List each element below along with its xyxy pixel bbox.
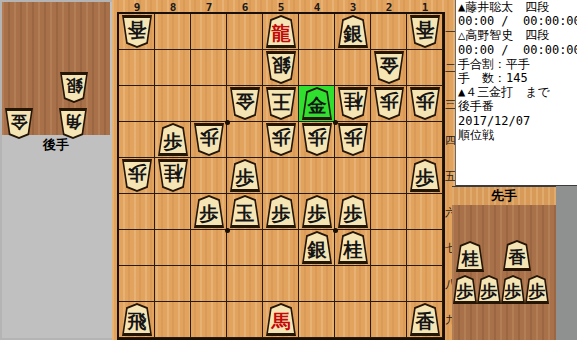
square-64 <box>227 122 263 158</box>
piece-hand-香: 香 <box>503 240 531 271</box>
piece-66-玉: 玉 <box>230 195 260 228</box>
piece-kanji: 玉 <box>230 195 260 228</box>
square-81 <box>155 14 191 50</box>
tournament-name: 順位戦 <box>456 128 577 142</box>
square-21 <box>371 14 407 50</box>
gote-player-name: △高野智史 四段 <box>456 28 577 42</box>
piece-34-歩: 歩 <box>338 123 368 156</box>
file-label-9: 9 <box>119 1 155 14</box>
piece-kanji: 歩 <box>525 275 549 304</box>
square-14 <box>407 122 443 158</box>
square-18 <box>407 266 443 302</box>
piece-kanji: 香 <box>410 15 440 48</box>
piece-51-龍: 龍 <box>266 15 296 48</box>
piece-kanji: 歩 <box>338 123 368 156</box>
piece-hand-金: 金 <box>5 108 33 139</box>
square-35 <box>335 158 371 194</box>
sente-captured-tray <box>452 205 556 340</box>
piece-kanji: 歩 <box>158 123 188 156</box>
square-86 <box>155 194 191 230</box>
piece-44-歩: 歩 <box>302 123 332 156</box>
piece-59-馬: 馬 <box>266 303 296 336</box>
piece-kanji: 歩 <box>302 123 332 156</box>
file-label-7: 7 <box>191 1 227 14</box>
square-88 <box>155 266 191 302</box>
last-move-line: ▲４三金打 まで <box>456 85 577 99</box>
square-55 <box>263 158 299 194</box>
piece-kanji: 角 <box>59 108 87 139</box>
piece-hand-桂: 桂 <box>456 241 484 272</box>
side-to-move-line: 後手番 <box>456 99 577 113</box>
sente-player-name: ▲藤井聡太 四段 <box>456 0 577 14</box>
square-68 <box>227 266 263 302</box>
square-98 <box>119 266 155 302</box>
square-29 <box>371 302 407 338</box>
square-67 <box>227 230 263 266</box>
square-96 <box>119 194 155 230</box>
piece-kanji: 金 <box>374 51 404 84</box>
piece-kanji: 桂 <box>338 231 368 264</box>
piece-kanji: 歩 <box>410 87 440 120</box>
piece-85-桂: 桂 <box>158 159 188 192</box>
square-49 <box>299 302 335 338</box>
piece-13-歩: 歩 <box>410 87 440 120</box>
piece-43-金: 金 <box>302 87 332 120</box>
piece-kanji: 飛 <box>122 303 152 336</box>
square-41 <box>299 14 335 50</box>
piece-23-歩: 歩 <box>374 87 404 120</box>
piece-kanji: 銀 <box>338 15 368 48</box>
piece-kanji: 銀 <box>302 231 332 264</box>
file-label-4: 4 <box>299 1 335 14</box>
piece-84-歩: 歩 <box>158 123 188 156</box>
piece-53-王: 王 <box>266 87 296 120</box>
piece-95-歩: 歩 <box>122 159 152 192</box>
square-45 <box>299 158 335 194</box>
file-label-1: 1 <box>407 1 443 14</box>
piece-19-香: 香 <box>410 303 440 336</box>
piece-99-飛: 飛 <box>122 303 152 336</box>
square-39 <box>335 302 371 338</box>
piece-11-香: 香 <box>410 15 440 48</box>
piece-kanji: 龍 <box>266 15 296 48</box>
square-42 <box>299 50 335 86</box>
file-label-8: 8 <box>155 1 191 14</box>
piece-kanji: 桂 <box>158 159 188 192</box>
game-info-panel: ▲藤井聡太 四段 00:00 / 00:00:00 △高野智史 四段 00:00… <box>455 0 577 186</box>
piece-kanji: 歩 <box>338 195 368 228</box>
file-label-2: 2 <box>371 1 407 14</box>
piece-hand-歩: 歩 <box>501 275 525 304</box>
piece-kanji: 歩 <box>266 123 296 156</box>
square-26 <box>371 194 407 230</box>
piece-74-歩: 歩 <box>194 123 224 156</box>
piece-63-金: 金 <box>230 87 260 120</box>
piece-kanji: 歩 <box>122 159 152 192</box>
piece-kanji: 歩 <box>477 275 501 304</box>
piece-kanji: 桂 <box>338 87 368 120</box>
square-92 <box>119 50 155 86</box>
piece-kanji: 金 <box>5 108 33 139</box>
piece-46-歩: 歩 <box>302 195 332 228</box>
square-28 <box>371 266 407 302</box>
piece-31-銀: 銀 <box>338 15 368 48</box>
piece-kanji: 歩 <box>266 195 296 228</box>
piece-76-歩: 歩 <box>194 195 224 228</box>
square-16 <box>407 194 443 230</box>
square-32 <box>335 50 371 86</box>
sente-tray-label: 先手 <box>452 187 556 205</box>
piece-kanji: 王 <box>266 87 296 120</box>
piece-hand-歩: 歩 <box>525 275 549 304</box>
square-48 <box>299 266 335 302</box>
piece-52-銀: 銀 <box>266 51 296 84</box>
piece-56-歩: 歩 <box>266 195 296 228</box>
square-83 <box>155 86 191 122</box>
file-labels: 987654321 <box>119 1 443 14</box>
square-77 <box>191 230 227 266</box>
square-61 <box>227 14 263 50</box>
square-78 <box>191 266 227 302</box>
piece-kanji: 馬 <box>266 303 296 336</box>
square-25 <box>371 158 407 194</box>
square-62 <box>227 50 263 86</box>
piece-hand-銀: 銀 <box>60 72 88 103</box>
piece-kanji: 歩 <box>230 159 260 192</box>
sente-clock: 00:00 / 00:00:00 <box>456 14 577 28</box>
piece-22-金: 金 <box>374 51 404 84</box>
piece-kanji: 歩 <box>501 275 525 304</box>
square-93 <box>119 86 155 122</box>
right-gray-strip <box>556 186 577 340</box>
square-87 <box>155 230 191 266</box>
piece-54-歩: 歩 <box>266 123 296 156</box>
piece-kanji: 金 <box>302 87 332 120</box>
piece-kanji: 歩 <box>410 159 440 192</box>
piece-47-銀: 銀 <box>302 231 332 264</box>
piece-kanji: 歩 <box>302 195 332 228</box>
file-label-6: 6 <box>227 1 263 14</box>
piece-kanji: 銀 <box>60 72 88 103</box>
piece-hand-歩: 歩 <box>453 275 477 304</box>
square-79 <box>191 302 227 338</box>
square-27 <box>371 230 407 266</box>
square-17 <box>407 230 443 266</box>
piece-kanji: 銀 <box>266 51 296 84</box>
kifu-viewer-window: 987654321 一二三四五六七八九 香龍銀香銀金金王金桂歩歩歩歩歩歩歩歩桂歩… <box>0 0 577 340</box>
piece-kanji: 香 <box>122 15 152 48</box>
square-97 <box>119 230 155 266</box>
piece-hand-歩: 歩 <box>477 275 501 304</box>
handicap-line: 手合割：平手 <box>456 57 577 71</box>
piece-kanji: 歩 <box>374 87 404 120</box>
gote-clock: 00:00 / 00:00:00 <box>456 43 577 57</box>
file-label-3: 3 <box>335 1 371 14</box>
square-69 <box>227 302 263 338</box>
piece-65-歩: 歩 <box>230 159 260 192</box>
piece-kanji: 歩 <box>453 275 477 304</box>
piece-hand-角: 角 <box>59 108 87 139</box>
square-82 <box>155 50 191 86</box>
square-71 <box>191 14 227 50</box>
square-58 <box>263 266 299 302</box>
shogi-board: 香龍銀香銀金金王金桂歩歩歩歩歩歩歩歩桂歩歩歩玉歩歩歩銀桂飛馬香 <box>119 14 443 338</box>
square-73 <box>191 86 227 122</box>
piece-kanji: 金 <box>230 87 260 120</box>
square-12 <box>407 50 443 86</box>
square-75 <box>191 158 227 194</box>
square-72 <box>191 50 227 86</box>
piece-91-香: 香 <box>122 15 152 48</box>
piece-kanji: 歩 <box>194 123 224 156</box>
piece-kanji: 香 <box>410 303 440 336</box>
hoshi-dot <box>225 120 230 125</box>
square-24 <box>371 122 407 158</box>
hoshi-dot <box>225 228 230 233</box>
piece-36-歩: 歩 <box>338 195 368 228</box>
square-57 <box>263 230 299 266</box>
game-date: 2017/12/07 <box>456 114 577 128</box>
file-label-5: 5 <box>263 1 299 14</box>
piece-kanji: 歩 <box>194 195 224 228</box>
piece-kanji: 桂 <box>456 241 484 272</box>
move-count-line: 手 数：145 <box>456 71 577 85</box>
piece-kanji: 香 <box>503 240 531 271</box>
piece-15-歩: 歩 <box>410 159 440 192</box>
piece-33-桂: 桂 <box>338 87 368 120</box>
square-89 <box>155 302 191 338</box>
square-94 <box>119 122 155 158</box>
piece-37-桂: 桂 <box>338 231 368 264</box>
square-38 <box>335 266 371 302</box>
